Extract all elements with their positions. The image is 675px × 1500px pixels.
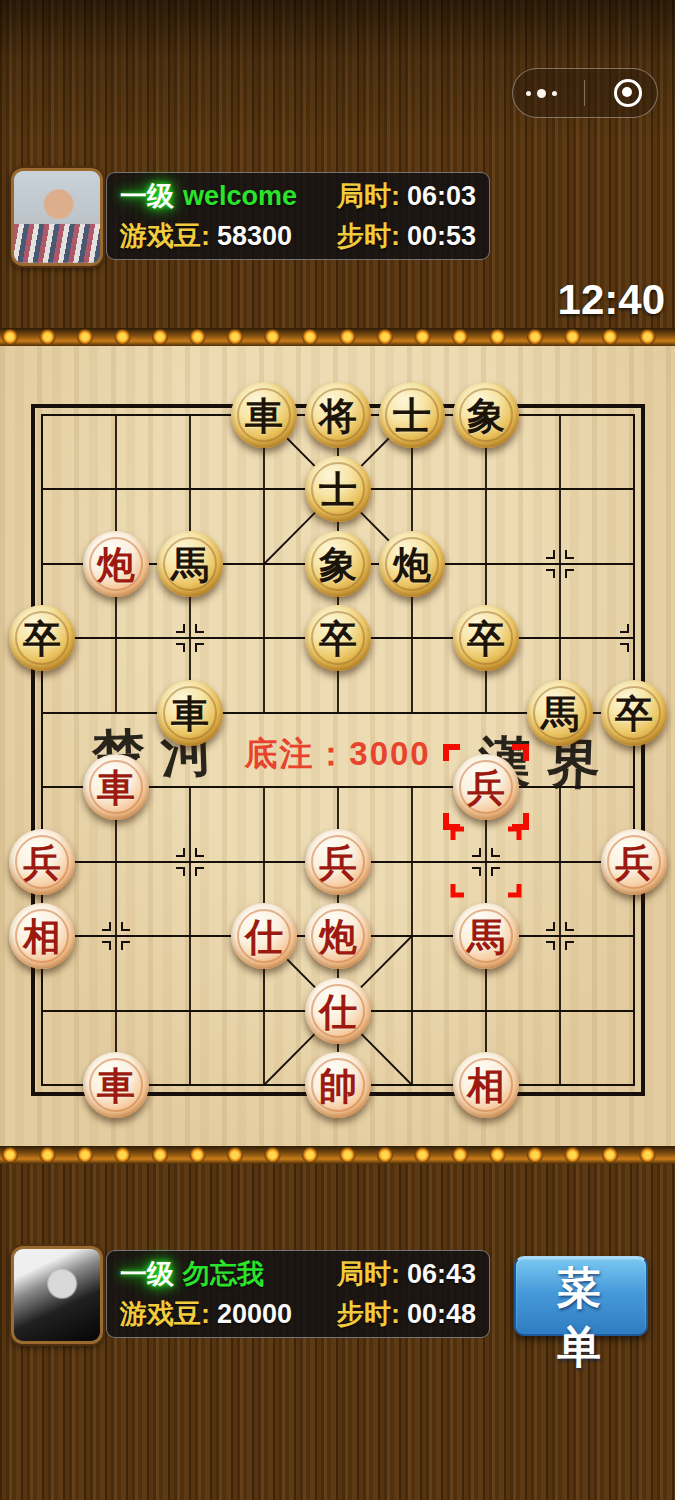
piece-char: 相: [23, 918, 61, 956]
self-round-time: 06:43: [407, 1255, 476, 1293]
self-beans-value: 20000: [217, 1295, 292, 1333]
piece-char: 象: [467, 397, 505, 435]
self-step-time-label: 步时:: [337, 1295, 400, 1333]
opponent-beans-label: 游戏豆:: [120, 217, 210, 255]
exit-icon[interactable]: [612, 77, 644, 109]
piece-red[interactable]: 車: [83, 1052, 149, 1118]
opponent-avatar[interactable]: [11, 168, 103, 266]
piece-black[interactable]: 馬: [527, 680, 593, 746]
opponent-avatar-image: [14, 171, 100, 263]
piece-black[interactable]: 車: [231, 382, 297, 448]
piece-char: 卒: [615, 695, 653, 733]
more-icon[interactable]: [526, 89, 557, 98]
menu-button[interactable]: 菜单: [514, 1256, 648, 1336]
self-info-panel: 一级 勿忘我 局时: 06:43 游戏豆: 20000 步时: 00:48: [106, 1250, 490, 1338]
piece-char: 卒: [319, 620, 357, 658]
self-avatar[interactable]: [11, 1246, 103, 1344]
piece-char: 炮: [393, 546, 431, 584]
piece-black[interactable]: 象: [305, 531, 371, 597]
piece-black[interactable]: 象: [453, 382, 519, 448]
opponent-step-time-label: 步时:: [337, 217, 400, 255]
piece-black[interactable]: 卒: [453, 605, 519, 671]
piece-char: 馬: [467, 918, 505, 956]
piece-red[interactable]: 相: [453, 1052, 519, 1118]
xiangqi-board[interactable]: 楚河 漢界 底注：3000 車将士象士馬象炮卒卒卒車馬卒炮車兵兵兵兵相仕炮馬仕車…: [0, 346, 675, 1146]
piece-red[interactable]: 馬: [453, 903, 519, 969]
opponent-info-panel: 一级 welcome 局时: 06:03 游戏豆: 58300 步时: 00:5…: [106, 172, 490, 260]
self-round-time-label: 局时:: [337, 1255, 400, 1293]
capsule-divider: [584, 80, 586, 106]
piece-char: 象: [319, 546, 357, 584]
piece-char: 卒: [467, 620, 505, 658]
system-clock: 12:40: [558, 276, 665, 324]
piece-black[interactable]: 車: [157, 680, 223, 746]
opponent-level-badge: 一级: [120, 177, 174, 215]
piece-char: 兵: [467, 769, 505, 807]
piece-red[interactable]: 兵: [453, 754, 519, 820]
piece-char: 馬: [171, 546, 209, 584]
self-name: 勿忘我: [183, 1255, 264, 1293]
piece-char: 卒: [23, 620, 61, 658]
piece-char: 車: [171, 695, 209, 733]
piece-char: 将: [319, 397, 357, 435]
piece-char: 馬: [541, 695, 579, 733]
dot-large: [537, 89, 546, 98]
piece-char: 兵: [319, 844, 357, 882]
target-core: [622, 87, 632, 97]
piece-red[interactable]: 兵: [9, 829, 75, 895]
piece-red[interactable]: 車: [83, 754, 149, 820]
piece-black[interactable]: 卒: [305, 605, 371, 671]
self-beans-label: 游戏豆:: [120, 1295, 210, 1333]
piece-black[interactable]: 馬: [157, 531, 223, 597]
self-level-badge: 一级: [120, 1255, 174, 1293]
piece-black[interactable]: 士: [305, 456, 371, 522]
dot-small: [552, 91, 557, 96]
piece-red[interactable]: 炮: [305, 903, 371, 969]
opponent-beans-value: 58300: [217, 217, 292, 255]
self-avatar-image: [14, 1249, 100, 1341]
piece-red[interactable]: 兵: [305, 829, 371, 895]
piece-red[interactable]: 帥: [305, 1052, 371, 1118]
piece-char: 兵: [23, 844, 61, 882]
piece-char: 士: [393, 397, 431, 435]
piece-char: 兵: [615, 844, 653, 882]
piece-red[interactable]: 兵: [601, 829, 667, 895]
piece-char: 士: [319, 471, 357, 509]
piece-black[interactable]: 卒: [9, 605, 75, 671]
piece-char: 車: [245, 397, 283, 435]
piece-char: 炮: [319, 918, 357, 956]
xiangqi-game-screen: 一级 welcome 局时: 06:03 游戏豆: 58300 步时: 00:5…: [0, 0, 675, 1500]
piece-black[interactable]: 将: [305, 382, 371, 448]
piece-black[interactable]: 炮: [379, 531, 445, 597]
piece-red[interactable]: 炮: [83, 531, 149, 597]
piece-red[interactable]: 相: [9, 903, 75, 969]
opponent-step-time: 00:53: [407, 217, 476, 255]
opponent-name: welcome: [183, 177, 297, 215]
piece-black[interactable]: 士: [379, 382, 445, 448]
piece-char: 仕: [319, 993, 357, 1031]
bottom-stud-strip: [0, 1146, 675, 1164]
wechat-capsule[interactable]: [512, 68, 658, 118]
piece-red[interactable]: 仕: [231, 903, 297, 969]
piece-black[interactable]: 卒: [601, 680, 667, 746]
piece-char: 仕: [245, 918, 283, 956]
piece-char: 車: [97, 769, 135, 807]
self-step-time: 00:48: [407, 1295, 476, 1333]
piece-char: 相: [467, 1067, 505, 1105]
dot-small: [526, 91, 531, 96]
piece-char: 車: [97, 1067, 135, 1105]
piece-char: 炮: [97, 546, 135, 584]
opponent-round-time: 06:03: [407, 177, 476, 215]
piece-red[interactable]: 仕: [305, 978, 371, 1044]
opponent-round-time-label: 局时:: [337, 177, 400, 215]
top-stud-strip: [0, 328, 675, 346]
piece-char: 帥: [319, 1067, 357, 1105]
